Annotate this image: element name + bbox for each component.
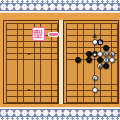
- bottom-bead-scallop: [0, 109, 120, 117]
- pattern-kanji-box: 型: [32, 27, 45, 41]
- black-stone[interactable]: [103, 63, 109, 69]
- top-divider-line: [0, 11, 120, 13]
- star-point: [28, 89, 30, 91]
- point-label-A[interactable]: A: [93, 33, 97, 38]
- black-stone[interactable]: [86, 57, 92, 63]
- white-stone-c[interactable]: c: [92, 75, 98, 81]
- pattern-label: 型: [32, 27, 58, 43]
- black-stone[interactable]: [75, 57, 81, 63]
- left-go-board[interactable]: 型: [3, 20, 59, 104]
- star-point: [28, 53, 30, 55]
- bottom-dot-trim: [0, 117, 120, 120]
- black-stone[interactable]: [103, 45, 109, 51]
- decorative-bottom-border: [0, 107, 120, 120]
- board-area: 型 Abehkfdc: [0, 20, 120, 104]
- top-bead-scallop: [0, 3, 120, 11]
- black-stone-b[interactable]: b: [97, 39, 103, 45]
- pattern-number-dash-icon: [48, 32, 59, 37]
- white-stone[interactable]: [92, 87, 98, 93]
- decorative-top-border: [0, 0, 120, 13]
- white-stone-k[interactable]: k: [109, 51, 115, 57]
- right-board-grid[interactable]: Abehkfdc: [66, 23, 118, 103]
- white-stone[interactable]: [109, 57, 115, 63]
- right-go-board[interactable]: Abehkfdc: [63, 20, 119, 104]
